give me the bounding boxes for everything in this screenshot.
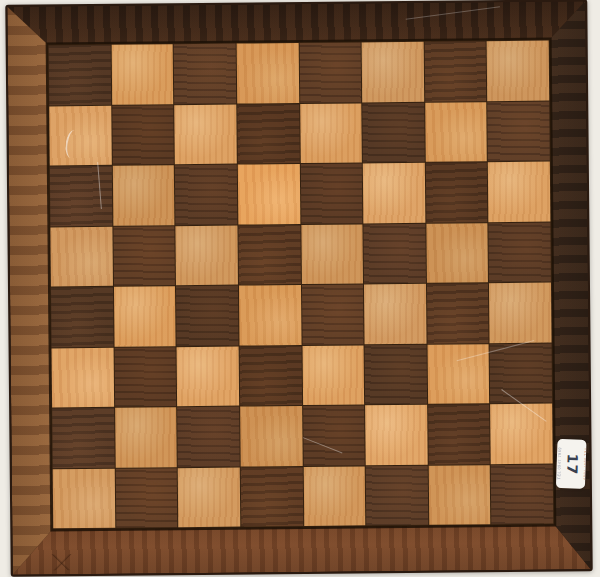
square-f4: [364, 284, 426, 344]
square-b4: [114, 286, 176, 346]
square-d7: [237, 103, 299, 163]
square-h5: [489, 222, 551, 282]
square-a8: [49, 45, 111, 105]
square-e5: [301, 224, 363, 284]
square-d1: [241, 466, 303, 526]
square-g3: [427, 344, 489, 404]
square-c5: [176, 225, 238, 285]
square-b2: [115, 407, 177, 467]
square-a3: [52, 347, 114, 407]
square-c8: [174, 44, 236, 104]
square-f6: [363, 163, 425, 223]
square-e2: [303, 405, 365, 465]
square-e6: [300, 163, 362, 223]
square-c6: [175, 165, 237, 225]
square-a1: [53, 468, 115, 528]
square-h1: [491, 464, 553, 524]
square-b5: [113, 226, 175, 286]
square-g1: [428, 465, 490, 525]
sticker-lot-number: 17: [564, 453, 581, 475]
square-d4: [239, 285, 301, 345]
square-f7: [362, 102, 424, 162]
square-g8: [424, 41, 486, 101]
square-f2: [365, 405, 427, 465]
chessboard: TEL 0947 7869 17 TEL 0947 7869: [5, 0, 592, 577]
square-c4: [176, 286, 238, 346]
square-f1: [366, 465, 428, 525]
sticker-fine-print: TEL 0947 7869: [557, 447, 562, 480]
square-e1: [303, 466, 365, 526]
square-d3: [239, 345, 301, 405]
square-h4: [489, 283, 551, 343]
square-e3: [302, 345, 364, 405]
square-e8: [299, 42, 361, 102]
square-b1: [115, 468, 177, 528]
square-e7: [300, 103, 362, 163]
square-e4: [301, 284, 363, 344]
square-b7: [112, 105, 174, 165]
square-h7: [488, 101, 550, 161]
square-b3: [114, 347, 176, 407]
lot-sticker: TEL 0947 7869 17 TEL 0947 7869: [556, 439, 587, 489]
playing-area: [48, 40, 555, 530]
square-h8: [487, 41, 549, 101]
square-f3: [365, 344, 427, 404]
square-d5: [238, 224, 300, 284]
square-h2: [490, 404, 552, 464]
square-g6: [426, 162, 488, 222]
square-a7: [49, 105, 111, 165]
square-a5: [50, 226, 112, 286]
board-frame-left: [7, 6, 52, 574]
square-c3: [177, 346, 239, 406]
square-c1: [178, 467, 240, 527]
square-a2: [52, 408, 114, 468]
square-c7: [174, 104, 236, 164]
square-a4: [51, 287, 113, 347]
board-frame-top: [7, 1, 585, 45]
square-c2: [177, 407, 239, 467]
square-b6: [112, 165, 174, 225]
square-g5: [426, 223, 488, 283]
square-h6: [488, 162, 550, 222]
square-d2: [240, 406, 302, 466]
square-h3: [490, 343, 552, 403]
square-b8: [111, 44, 173, 104]
square-f5: [364, 223, 426, 283]
square-g7: [425, 102, 487, 162]
square-g4: [427, 283, 489, 343]
photo-background: TEL 0947 7869 17 TEL 0947 7869: [0, 0, 600, 577]
square-f8: [362, 42, 424, 102]
square-d8: [237, 43, 299, 103]
square-d6: [238, 164, 300, 224]
square-a6: [50, 166, 112, 226]
board-frame-bottom: [12, 524, 590, 575]
square-g2: [428, 404, 490, 464]
